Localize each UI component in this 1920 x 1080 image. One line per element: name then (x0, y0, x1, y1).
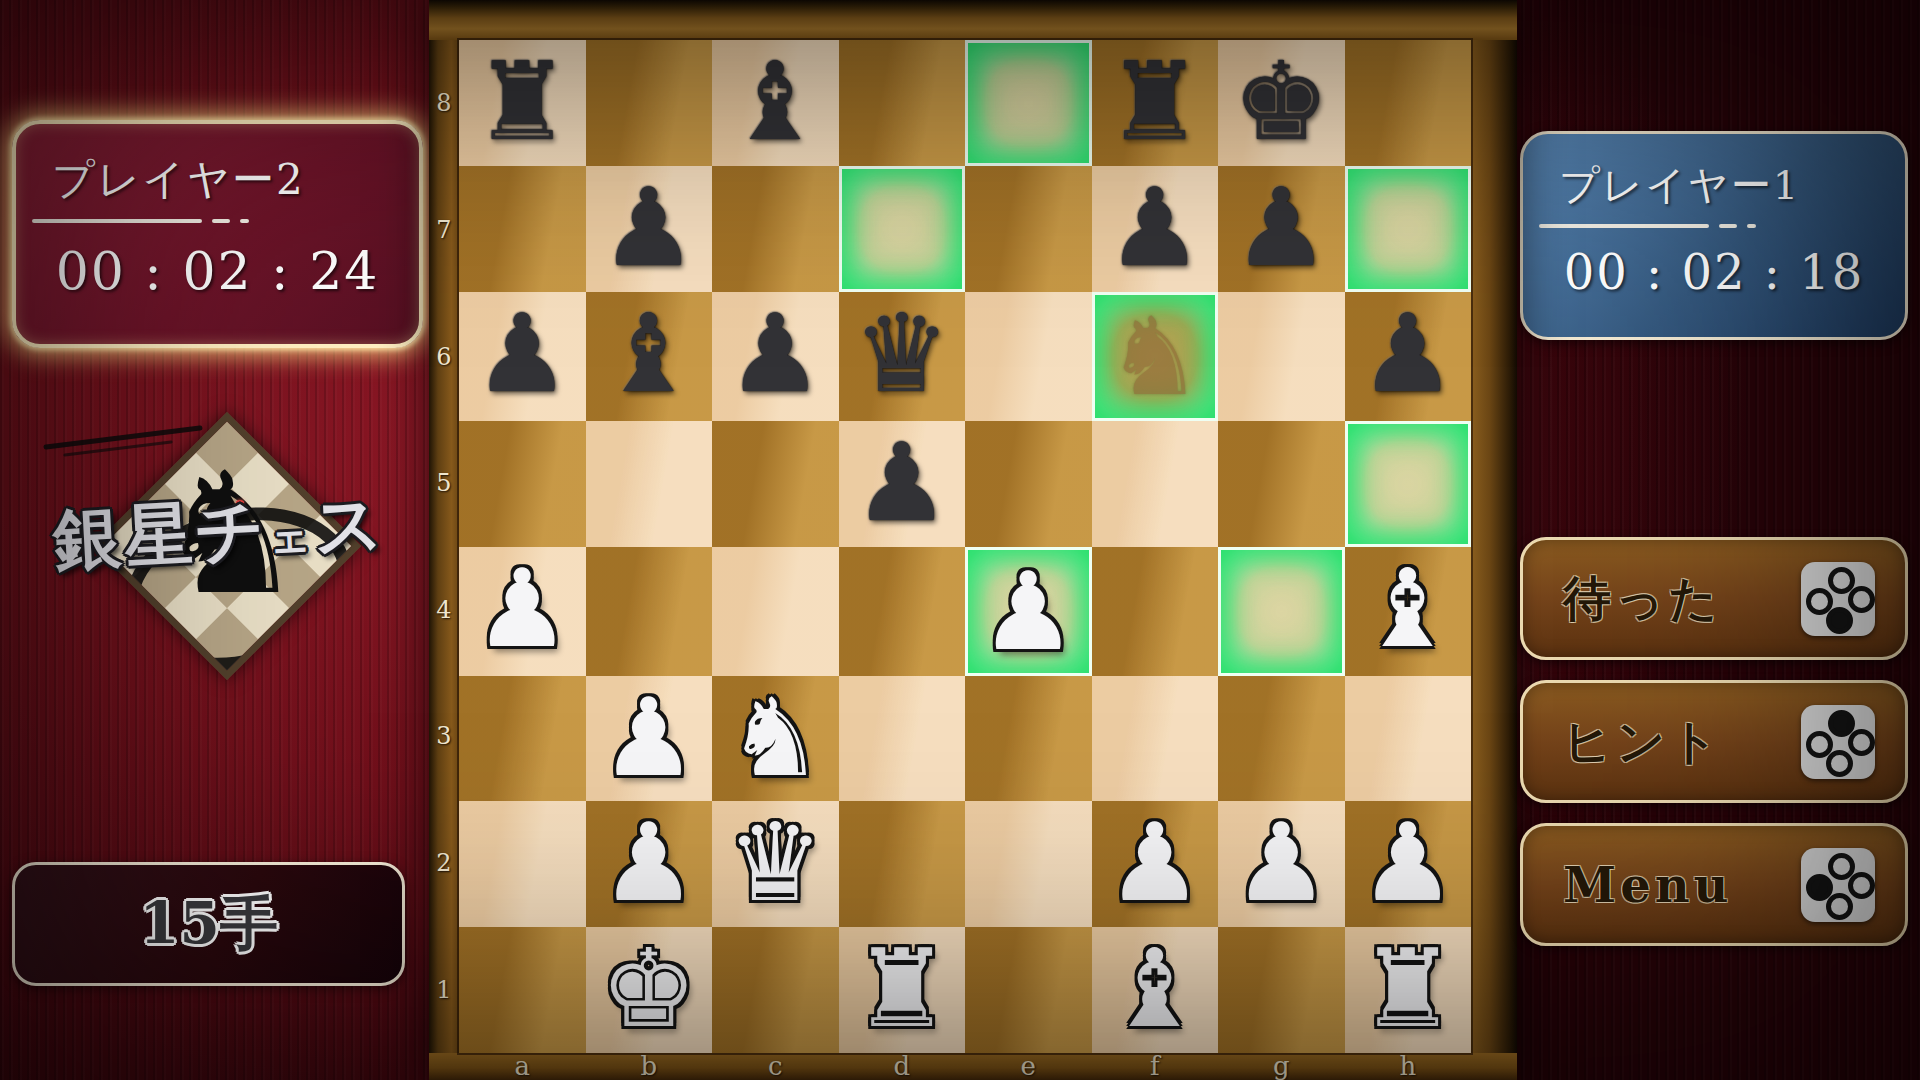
square-b8[interactable] (586, 40, 713, 166)
square-h4[interactable]: ♝ (1345, 547, 1472, 676)
black-rook-a8: ♜ (459, 40, 586, 163)
black-queen-d6: ♛ (839, 292, 966, 415)
white-pawn-e4: ♟ (968, 550, 1089, 673)
white-knight-c3: ♞ (712, 676, 839, 799)
square-c1[interactable] (712, 927, 839, 1053)
square-c5[interactable] (712, 421, 839, 547)
pad-dot-bottom (1826, 750, 1853, 777)
square-b2[interactable]: ♟ (586, 801, 713, 927)
rank-label-6: 6 (429, 343, 459, 371)
square-e1[interactable] (965, 927, 1092, 1053)
black-pawn-d5: ♟ (839, 421, 966, 544)
rank-label-7: 7 (429, 216, 459, 244)
black-pawn-c6: ♟ (712, 292, 839, 415)
square-c8[interactable]: ♝ (712, 40, 839, 166)
square-d7[interactable] (839, 166, 966, 292)
black-bishop-c8: ♝ (712, 40, 839, 163)
rank-label-1: 1 (429, 976, 459, 1004)
square-e3[interactable] (965, 676, 1092, 802)
rank-label-2: 2 (429, 849, 459, 877)
rank-label-8: 8 (429, 89, 459, 117)
player2-name: プレイヤー2 (16, 124, 419, 208)
square-f3[interactable] (1092, 676, 1219, 802)
file-label-g: g (1261, 1053, 1301, 1080)
black-rook-f8: ♜ (1092, 40, 1219, 163)
square-h8[interactable] (1345, 40, 1472, 166)
board-frame-left (429, 40, 459, 1053)
square-a3[interactable] (459, 676, 586, 802)
square-d8[interactable] (839, 40, 966, 166)
rank-label-4: 4 (429, 596, 459, 624)
square-e2[interactable] (965, 801, 1092, 927)
underline-line (1539, 224, 1709, 228)
player2-clock: 00 : 02 : 24 (16, 241, 419, 301)
file-label-f: f (1135, 1053, 1175, 1080)
square-a7[interactable] (459, 166, 586, 292)
square-f6[interactable]: ♞ (1092, 292, 1219, 421)
board-frame-right (1471, 40, 1517, 1053)
player1-name-underline (1539, 223, 1905, 228)
player1-name: プレイヤー1 (1523, 134, 1905, 213)
square-e7[interactable] (965, 166, 1092, 292)
square-f1[interactable]: ♝ (1092, 927, 1219, 1053)
square-a4[interactable]: ♟ (459, 547, 586, 676)
square-a5[interactable] (459, 421, 586, 547)
underline-dash (212, 219, 230, 223)
square-a1[interactable] (459, 927, 586, 1053)
square-d1[interactable]: ♜ (839, 927, 966, 1053)
square-b7[interactable]: ♟ (586, 166, 713, 292)
square-h5[interactable] (1345, 421, 1472, 547)
square-b1[interactable]: ♚ (586, 927, 713, 1053)
board-frame-bottom (429, 1053, 1517, 1080)
rank-label-5: 5 (429, 469, 459, 497)
square-b4[interactable] (586, 547, 713, 676)
move-counter-panel: 15手 (12, 862, 405, 986)
black-pawn-a6: ♟ (459, 292, 586, 415)
square-e4[interactable]: ♟ (965, 547, 1092, 676)
square-g3[interactable] (1218, 676, 1345, 802)
black-bishop-b6: ♝ (586, 292, 713, 415)
square-a2[interactable] (459, 801, 586, 927)
square-d6[interactable]: ♛ (839, 292, 966, 421)
black-knight-f6: ♞ (1095, 295, 1216, 418)
gamepad-buttons-icon (1801, 848, 1875, 922)
square-c2[interactable]: ♛ (712, 801, 839, 927)
white-pawn-g2: ♟ (1218, 801, 1345, 924)
square-g4[interactable] (1218, 547, 1345, 676)
black-pawn-b7: ♟ (586, 166, 713, 289)
pad-dot-bottom (1826, 893, 1853, 920)
action-buttons: 待ったヒントMenu (1520, 537, 1908, 966)
square-g6[interactable] (1218, 292, 1345, 421)
move-counter: 15手 (139, 885, 278, 963)
square-a6[interactable]: ♟ (459, 292, 586, 421)
underline-line (32, 219, 202, 223)
file-label-d: d (882, 1053, 922, 1080)
menu-button[interactable]: Menu (1520, 823, 1908, 946)
square-b6[interactable]: ♝ (586, 292, 713, 421)
player1-panel: プレイヤー1 00 : 02 : 18 (1520, 131, 1908, 340)
black-pawn-f7: ♟ (1092, 166, 1219, 289)
undo-button-label: 待った (1563, 567, 1721, 631)
square-h2[interactable]: ♟ (1345, 801, 1472, 927)
underline-dash (240, 219, 249, 223)
black-king-g8: ♚ (1218, 40, 1345, 163)
black-pawn-g7: ♟ (1218, 166, 1345, 289)
file-label-e: e (1008, 1053, 1048, 1080)
white-rook-h1: ♜ (1345, 927, 1472, 1050)
undo-button[interactable]: 待った (1520, 537, 1908, 660)
file-label-b: b (629, 1053, 669, 1080)
underline-dash (1719, 224, 1737, 228)
square-h7[interactable] (1345, 166, 1472, 292)
square-c7[interactable] (712, 166, 839, 292)
white-pawn-h2: ♟ (1345, 801, 1472, 924)
square-c3[interactable]: ♞ (712, 676, 839, 802)
gamepad-buttons-icon (1801, 562, 1875, 636)
file-label-a: a (502, 1053, 542, 1080)
menu-button-label: Menu (1563, 857, 1732, 913)
white-king-b1: ♚ (586, 927, 713, 1050)
file-label-h: h (1388, 1053, 1428, 1080)
square-h1[interactable]: ♜ (1345, 927, 1472, 1053)
pad-dot-bottom-filled (1826, 607, 1853, 634)
white-pawn-f2: ♟ (1092, 801, 1219, 924)
square-g2[interactable]: ♟ (1218, 801, 1345, 927)
pad-dot-right (1848, 729, 1875, 756)
pad-dot-right (1848, 586, 1875, 613)
gamepad-buttons-icon (1801, 705, 1875, 779)
square-h6[interactable]: ♟ (1345, 292, 1472, 421)
underline-dash (1747, 224, 1756, 228)
square-g8[interactable]: ♚ (1218, 40, 1345, 166)
hint-button[interactable]: ヒント (1520, 680, 1908, 803)
chess-board-frame: ♜♝♜♚♟♟♟♟♝♟♛♞♟♟♟♟♝♟♞♟♛♟♟♟♚♜♝♜ 87654321abc… (429, 0, 1517, 1080)
square-f8[interactable]: ♜ (1092, 40, 1219, 166)
black-pawn-h6: ♟ (1345, 292, 1472, 415)
square-e5[interactable] (965, 421, 1092, 547)
rank-label-3: 3 (429, 722, 459, 750)
square-f2[interactable]: ♟ (1092, 801, 1219, 927)
square-e8[interactable] (965, 40, 1092, 166)
square-f4[interactable] (1092, 547, 1219, 676)
white-pawn-b3: ♟ (586, 676, 713, 799)
white-bishop-f1: ♝ (1092, 927, 1219, 1050)
square-d5[interactable]: ♟ (839, 421, 966, 547)
square-h3[interactable] (1345, 676, 1472, 802)
logo-title: 銀星チェス (3, 476, 437, 589)
white-pawn-b2: ♟ (586, 801, 713, 924)
square-c4[interactable] (712, 547, 839, 676)
square-d3[interactable] (839, 676, 966, 802)
white-pawn-a4: ♟ (459, 547, 586, 670)
pad-dot-right (1848, 872, 1875, 899)
square-f5[interactable] (1092, 421, 1219, 547)
white-bishop-h4: ♝ (1345, 547, 1472, 670)
square-a8[interactable]: ♜ (459, 40, 586, 166)
square-d2[interactable] (839, 801, 966, 927)
board-frame-top (429, 0, 1517, 40)
player2-name-underline (32, 218, 419, 223)
square-g5[interactable] (1218, 421, 1345, 547)
square-g7[interactable]: ♟ (1218, 166, 1345, 292)
square-c6[interactable]: ♟ (712, 292, 839, 421)
white-rook-d1: ♜ (839, 927, 966, 1050)
square-b3[interactable]: ♟ (586, 676, 713, 802)
hint-button-label: ヒント (1563, 710, 1722, 774)
game-screen: プレイヤー2 00 : 02 : 24 プレイヤー1 00 : 02 : 18 … (0, 0, 1920, 1080)
player2-panel: プレイヤー2 00 : 02 : 24 (12, 120, 423, 348)
player1-clock: 00 : 02 : 18 (1523, 244, 1905, 300)
file-label-c: c (755, 1053, 795, 1080)
app-logo: ♞ 銀星チェス (5, 395, 435, 685)
white-queen-c2: ♛ (712, 801, 839, 924)
square-g1[interactable] (1218, 927, 1345, 1053)
square-b5[interactable] (586, 421, 713, 547)
chess-board: ♜♝♜♚♟♟♟♟♝♟♛♞♟♟♟♟♝♟♞♟♛♟♟♟♚♜♝♜ (459, 40, 1471, 1053)
square-e6[interactable] (965, 292, 1092, 421)
square-f7[interactable]: ♟ (1092, 166, 1219, 292)
square-d4[interactable] (839, 547, 966, 676)
